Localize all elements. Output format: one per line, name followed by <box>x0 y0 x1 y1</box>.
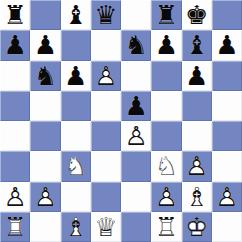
square-c3[interactable]: ♞♘ <box>61 151 91 181</box>
square-b8[interactable] <box>30 0 60 30</box>
piece-white-king-icon[interactable]: ♚♔ <box>182 212 212 242</box>
white-piece-outline: ♕ <box>91 212 121 242</box>
black-piece-glyph: ♟ <box>151 30 181 60</box>
square-c6[interactable]: ♟ <box>61 61 91 91</box>
square-g3[interactable]: ♟♙ <box>182 151 212 181</box>
square-c5[interactable] <box>61 91 91 121</box>
square-g4[interactable] <box>182 121 212 151</box>
white-piece-outline: ♖ <box>151 212 181 242</box>
square-f6[interactable] <box>151 61 181 91</box>
black-piece-glyph: ♞ <box>30 61 60 91</box>
white-piece-outline: ♘ <box>61 151 91 181</box>
square-b3[interactable] <box>30 151 60 181</box>
square-h5[interactable] <box>212 91 242 121</box>
piece-white-pawn-icon[interactable]: ♟♙ <box>212 182 242 212</box>
square-e5[interactable]: ♟ <box>121 91 151 121</box>
square-a5[interactable] <box>0 91 30 121</box>
piece-black-knight-icon[interactable]: ♞ <box>30 61 60 91</box>
black-piece-glyph: ♜ <box>151 0 181 30</box>
piece-black-pawn-icon[interactable]: ♟ <box>0 30 30 60</box>
square-d5[interactable] <box>91 91 121 121</box>
square-a2[interactable]: ♟♙ <box>0 182 30 212</box>
square-d7[interactable] <box>91 30 121 60</box>
black-piece-glyph: ♝ <box>182 30 212 60</box>
piece-white-pawn-icon[interactable]: ♟♙ <box>0 182 30 212</box>
square-h4[interactable] <box>212 121 242 151</box>
white-piece-outline: ♙ <box>182 151 212 181</box>
square-e2[interactable] <box>121 182 151 212</box>
piece-black-pawn-icon[interactable]: ♟ <box>182 61 212 91</box>
square-c1[interactable]: ♝♗ <box>61 212 91 242</box>
square-d8[interactable]: ♛ <box>91 0 121 30</box>
square-b4[interactable] <box>30 121 60 151</box>
chess-board: ♜♝♛♜♚♟♟♞♟♝♟♞♟♟♙♟♟♟♙♞♘♞♘♟♙♟♙♟♙♟♙♝♗♟♙♜♖♝♗♛… <box>0 0 242 242</box>
black-piece-glyph: ♟ <box>182 61 212 91</box>
piece-white-rook-icon[interactable]: ♜♖ <box>151 212 181 242</box>
black-piece-glyph: ♝ <box>61 0 91 30</box>
square-b5[interactable] <box>30 91 60 121</box>
white-piece-outline: ♔ <box>182 212 212 242</box>
piece-white-bishop-icon[interactable]: ♝♗ <box>182 182 212 212</box>
white-piece-outline: ♙ <box>151 182 181 212</box>
piece-white-pawn-icon[interactable]: ♟♙ <box>151 182 181 212</box>
white-piece-outline: ♙ <box>212 182 242 212</box>
square-a3[interactable] <box>0 151 30 181</box>
piece-white-queen-icon[interactable]: ♛♕ <box>91 212 121 242</box>
square-d6[interactable]: ♟♙ <box>91 61 121 91</box>
square-e3[interactable] <box>121 151 151 181</box>
piece-black-pawn-icon[interactable]: ♟ <box>30 30 60 60</box>
square-g5[interactable] <box>182 91 212 121</box>
square-g6[interactable]: ♟ <box>182 61 212 91</box>
piece-white-pawn-icon[interactable]: ♟♙ <box>121 121 151 151</box>
square-b2[interactable]: ♟♙ <box>30 182 60 212</box>
square-a8[interactable]: ♜ <box>0 0 30 30</box>
square-f8[interactable]: ♜ <box>151 0 181 30</box>
piece-white-bishop-icon[interactable]: ♝♗ <box>61 212 91 242</box>
piece-white-pawn-icon[interactable]: ♟♙ <box>91 61 121 91</box>
piece-white-pawn-icon[interactable]: ♟♙ <box>30 182 60 212</box>
white-piece-outline: ♗ <box>182 182 212 212</box>
piece-black-rook-icon[interactable]: ♜ <box>151 0 181 30</box>
square-b7[interactable]: ♟ <box>30 30 60 60</box>
piece-black-rook-icon[interactable]: ♜ <box>0 0 30 30</box>
square-g1[interactable]: ♚♔ <box>182 212 212 242</box>
piece-black-knight-icon[interactable]: ♞ <box>121 30 151 60</box>
square-e6[interactable] <box>121 61 151 91</box>
white-piece-outline: ♙ <box>0 182 30 212</box>
black-piece-glyph: ♟ <box>0 30 30 60</box>
square-g7[interactable]: ♝ <box>182 30 212 60</box>
square-d4[interactable] <box>91 121 121 151</box>
black-piece-glyph: ♛ <box>91 0 121 30</box>
square-g8[interactable]: ♚ <box>182 0 212 30</box>
square-f4[interactable] <box>151 121 181 151</box>
piece-white-pawn-icon[interactable]: ♟♙ <box>182 151 212 181</box>
square-h1[interactable] <box>212 212 242 242</box>
piece-black-pawn-icon[interactable]: ♟ <box>212 30 242 60</box>
square-a7[interactable]: ♟ <box>0 30 30 60</box>
square-f3[interactable]: ♞♘ <box>151 151 181 181</box>
square-b6[interactable]: ♞ <box>30 61 60 91</box>
black-piece-glyph: ♜ <box>0 0 30 30</box>
piece-black-pawn-icon[interactable]: ♟ <box>151 30 181 60</box>
square-f5[interactable] <box>151 91 181 121</box>
square-h6[interactable] <box>212 61 242 91</box>
piece-black-bishop-icon[interactable]: ♝ <box>182 30 212 60</box>
black-piece-glyph: ♟ <box>212 30 242 60</box>
square-g2[interactable]: ♝♗ <box>182 182 212 212</box>
black-piece-glyph: ♟ <box>121 91 151 121</box>
square-e4[interactable]: ♟♙ <box>121 121 151 151</box>
black-piece-glyph: ♟ <box>30 30 60 60</box>
square-h7[interactable]: ♟ <box>212 30 242 60</box>
white-piece-outline: ♖ <box>0 212 30 242</box>
square-d2[interactable] <box>91 182 121 212</box>
white-piece-outline: ♙ <box>30 182 60 212</box>
square-c4[interactable] <box>61 121 91 151</box>
square-c7[interactable] <box>61 30 91 60</box>
square-f1[interactable]: ♜♖ <box>151 212 181 242</box>
square-e7[interactable]: ♞ <box>121 30 151 60</box>
square-d3[interactable] <box>91 151 121 181</box>
square-f2[interactable]: ♟♙ <box>151 182 181 212</box>
piece-black-king-icon[interactable]: ♚ <box>182 0 212 30</box>
white-piece-outline: ♙ <box>91 61 121 91</box>
square-h3[interactable] <box>212 151 242 181</box>
white-piece-outline: ♘ <box>151 151 181 181</box>
piece-black-queen-icon[interactable]: ♛ <box>91 0 121 30</box>
square-c2[interactable] <box>61 182 91 212</box>
square-e1[interactable] <box>121 212 151 242</box>
square-c8[interactable]: ♝ <box>61 0 91 30</box>
square-a4[interactable] <box>0 121 30 151</box>
piece-white-rook-icon[interactable]: ♜♖ <box>0 212 30 242</box>
piece-white-knight-icon[interactable]: ♞♘ <box>61 151 91 181</box>
square-e8[interactable] <box>121 0 151 30</box>
piece-black-pawn-icon[interactable]: ♟ <box>121 91 151 121</box>
square-d1[interactable]: ♛♕ <box>91 212 121 242</box>
square-a1[interactable]: ♜♖ <box>0 212 30 242</box>
black-piece-glyph: ♞ <box>121 30 151 60</box>
black-piece-glyph: ♟ <box>61 61 91 91</box>
square-h8[interactable] <box>212 0 242 30</box>
square-f7[interactable]: ♟ <box>151 30 181 60</box>
square-h2[interactable]: ♟♙ <box>212 182 242 212</box>
square-a6[interactable] <box>0 61 30 91</box>
white-piece-outline: ♙ <box>121 121 151 151</box>
piece-black-pawn-icon[interactable]: ♟ <box>61 61 91 91</box>
white-piece-outline: ♗ <box>61 212 91 242</box>
square-b1[interactable] <box>30 212 60 242</box>
black-piece-glyph: ♚ <box>182 0 212 30</box>
piece-white-knight-icon[interactable]: ♞♘ <box>151 151 181 181</box>
piece-black-bishop-icon[interactable]: ♝ <box>61 0 91 30</box>
